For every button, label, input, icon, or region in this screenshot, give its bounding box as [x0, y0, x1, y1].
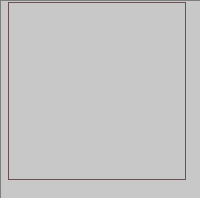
rank-labels [1, 3, 9, 179]
file-labels [9, 180, 185, 191]
chess-board[interactable] [9, 3, 185, 179]
chess-app-window [0, 0, 200, 198]
